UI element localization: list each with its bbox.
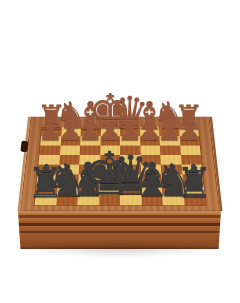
chess-set-photo: ♜♞♝♚♛♝♞♜♟♟♟♟♟♟♟♟♟♟♟♟♟♟♟♟♜♞♝♚♛♝♞♜ <box>0 0 240 303</box>
piece-far-pawn-h7[interactable]: ♟ <box>177 117 201 144</box>
piece-near-rook-h1[interactable]: ♜ <box>176 162 213 204</box>
pieces-layer: ♜♞♝♚♛♝♞♜♟♟♟♟♟♟♟♟♟♟♟♟♟♟♟♟♜♞♝♚♛♝♞♜ <box>0 0 240 303</box>
